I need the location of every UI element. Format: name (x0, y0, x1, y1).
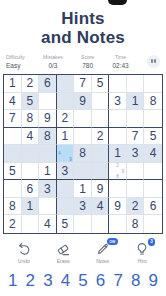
cell-r5c4[interactable]: 49 (57, 145, 75, 163)
cell-digit: 3 (114, 94, 121, 108)
cell-r8c2[interactable]: 1 (22, 198, 40, 216)
numpad-7[interactable]: 7 (113, 271, 122, 291)
cell-r9c4[interactable]: 5 (57, 215, 75, 233)
cell-digit: 8 (132, 217, 139, 231)
cell-digit: 2 (62, 111, 69, 125)
cell-r2c5[interactable]: 9 (74, 93, 92, 111)
cell-digit: 1 (26, 199, 33, 213)
undo-icon (17, 242, 31, 256)
cell-r1c8[interactable] (127, 75, 145, 93)
cell-r4c6[interactable]: 2 (92, 128, 110, 146)
cell-digit: 2 (97, 129, 104, 143)
hint-label: Hint (138, 258, 147, 264)
cell-r2c8[interactable]: 1 (127, 93, 145, 111)
cell-r7c2[interactable]: 6 (22, 180, 40, 198)
cell-r8c6[interactable]: 4 (92, 198, 110, 216)
cell-digit: 4 (26, 129, 33, 143)
cell-digit: 1 (62, 129, 69, 143)
cell-r9c7[interactable] (109, 215, 127, 233)
cell-digit: 2 (132, 199, 139, 213)
cell-digit: 9 (44, 111, 51, 125)
cell-r4c8[interactable]: 7 (127, 128, 145, 146)
cell-digit: 5 (150, 129, 157, 143)
cell-r7c1[interactable] (4, 180, 22, 198)
numpad-9[interactable]: 9 (149, 271, 158, 291)
cell-r8c7[interactable]: 9 (109, 198, 127, 216)
cell-r3c1[interactable]: 7 (4, 110, 22, 128)
undo-label: Undo (18, 258, 30, 264)
stat-score: Score 780 (81, 54, 94, 69)
cell-digit: 7 (132, 129, 139, 143)
cell-r1c1[interactable]: 1 (4, 75, 22, 93)
cell-digit: 9 (97, 182, 104, 196)
pause-icon (154, 59, 156, 64)
cell-r3c8[interactable] (127, 110, 145, 128)
number-pad: 1 2 3 4 5 6 7 8 9 (0, 271, 166, 291)
cell-r6c8[interactable] (127, 163, 145, 181)
cell-r8c8[interactable]: 2 (127, 198, 145, 216)
undo-button[interactable]: Undo (9, 242, 39, 264)
cell-digit: 5 (9, 164, 16, 178)
numpad-5[interactable]: 5 (78, 271, 87, 291)
notes-label: Notes (96, 258, 109, 264)
cell-r5c8[interactable]: 3 (127, 145, 145, 163)
cell-digit: 5 (26, 94, 33, 108)
cell-r5c5[interactable]: 8 (74, 145, 92, 163)
cell-r4c4[interactable]: 1 (57, 128, 75, 146)
cell-r2c9[interactable]: 8 (144, 93, 162, 111)
cell-notes: 49 (57, 145, 74, 162)
cell-r4c5[interactable] (74, 128, 92, 146)
cell-digit: 1 (132, 94, 139, 108)
cell-digit: 6 (44, 76, 51, 90)
stats-bar: Difficulty Easy Mistakes 0/3 Score 780 T… (0, 53, 166, 69)
difficulty-label: Difficulty (6, 54, 25, 60)
stat-difficulty: Difficulty Easy (6, 54, 25, 69)
cell-r5c2[interactable] (22, 145, 40, 163)
numpad-4[interactable]: 4 (61, 271, 70, 291)
cell-digit: 4 (150, 146, 157, 160)
cell-digit: 8 (9, 199, 16, 213)
cell-r5c6[interactable] (92, 145, 110, 163)
cell-r1c5[interactable]: 7 (74, 75, 92, 93)
cell-r6c3[interactable]: 1 (39, 163, 57, 181)
title-line-2: and Notes (0, 28, 166, 47)
time-value: 02:43 (112, 62, 128, 69)
cell-r2c1[interactable]: 4 (4, 93, 22, 111)
cell-r6c7[interactable]: 268 (109, 163, 127, 181)
cell-r6c6[interactable] (92, 163, 110, 181)
score-label: Score (81, 54, 94, 60)
numpad-3[interactable]: 3 (43, 271, 52, 291)
cell-r7c7[interactable] (109, 180, 127, 198)
cell-digit: 4 (9, 94, 16, 108)
mistakes-value: 0/3 (43, 62, 63, 69)
cell-digit: 1 (114, 146, 121, 160)
cell-digit: 8 (44, 129, 51, 143)
cell-digit: 8 (79, 146, 86, 160)
numpad-8[interactable]: 8 (131, 271, 140, 291)
cell-digit: 7 (79, 76, 86, 90)
cell-r3c7[interactable] (109, 110, 127, 128)
toolbar: Undo Erase ON Notes 3 Hint (0, 242, 166, 264)
cell-r5c9[interactable]: 4 (144, 145, 162, 163)
cell-r4c3[interactable]: 8 (39, 128, 57, 146)
cell-r6c5[interactable] (74, 163, 92, 181)
cell-r7c3[interactable]: 3 (39, 180, 57, 198)
cell-r8c4[interactable] (57, 198, 75, 216)
cell-r8c1[interactable]: 8 (4, 198, 22, 216)
cell-digit: 2 (26, 76, 33, 90)
stat-time: Time 02:43 (112, 54, 128, 69)
cell-r2c3[interactable] (39, 93, 57, 111)
score-value: 780 (81, 62, 94, 69)
pause-button[interactable] (147, 55, 160, 68)
cell-r3c9[interactable] (144, 110, 162, 128)
cell-digit: 7 (9, 111, 16, 125)
numpad-6[interactable]: 6 (96, 271, 105, 291)
cell-r2c4[interactable] (57, 93, 75, 111)
cell-r4c2[interactable]: 4 (22, 128, 40, 146)
cell-r6c4[interactable]: 3 (57, 163, 75, 181)
cell-r8c9[interactable]: 6 (144, 198, 162, 216)
cell-r3c4[interactable]: 2 (57, 110, 75, 128)
numpad-2[interactable]: 2 (26, 271, 35, 291)
numpad-1[interactable]: 1 (8, 271, 17, 291)
mistakes-label: Mistakes (43, 54, 63, 60)
cell-digit: 3 (132, 146, 139, 160)
cell-r1c6[interactable]: 5 (92, 75, 110, 93)
cell-r9c8[interactable]: 8 (127, 215, 145, 233)
cell-r3c6[interactable] (92, 110, 110, 128)
cell-digit: 4 (97, 199, 104, 213)
cell-notes: 268 (109, 163, 126, 180)
stat-mistakes: Mistakes 0/3 (43, 54, 63, 69)
pause-icon (151, 59, 153, 64)
cell-digit: 6 (26, 182, 33, 196)
cell-r9c1[interactable]: 2 (4, 215, 22, 233)
cell-digit: 6 (150, 199, 157, 213)
cell-digit: 1 (44, 164, 51, 178)
cell-digit: 9 (114, 199, 121, 213)
cell-r6c1[interactable]: 5 (4, 163, 22, 181)
sudoku-board: 1267545931878924812754981345132686319813… (3, 74, 163, 234)
cell-r7c5[interactable]: 1 (74, 180, 92, 198)
cell-r7c9[interactable] (144, 180, 162, 198)
cell-r9c6[interactable] (92, 215, 110, 233)
cell-r9c5[interactable] (74, 215, 92, 233)
cell-r8c3[interactable] (39, 198, 57, 216)
cell-r3c3[interactable]: 9 (39, 110, 57, 128)
cell-r3c5[interactable] (74, 110, 92, 128)
hint-count-badge: 3 (148, 238, 156, 246)
cell-digit: 2 (9, 217, 16, 231)
cell-r9c3[interactable]: 4 (39, 215, 57, 233)
cell-r2c2[interactable]: 5 (22, 93, 40, 111)
cell-r6c9[interactable] (144, 163, 162, 181)
page-title: Hints and Notes (0, 9, 166, 47)
cell-r1c2[interactable]: 2 (22, 75, 40, 93)
cell-digit: 3 (62, 164, 69, 178)
cell-digit: 1 (79, 182, 86, 196)
cell-digit: 5 (97, 76, 104, 90)
cell-r1c9[interactable] (144, 75, 162, 93)
cell-r5c7[interactable]: 1 (109, 145, 127, 163)
cell-r9c9[interactable] (144, 215, 162, 233)
cell-r1c3[interactable]: 6 (39, 75, 57, 93)
lightbulb-icon (135, 242, 149, 256)
cell-r7c4[interactable] (57, 180, 75, 198)
erase-label: Erase (57, 258, 70, 264)
cell-r2c6[interactable] (92, 93, 110, 111)
cell-r5c3[interactable] (39, 145, 57, 163)
cell-digit: 1 (9, 76, 16, 90)
eraser-icon (56, 242, 70, 256)
cell-r1c7[interactable] (109, 75, 127, 93)
cell-r5c1[interactable] (4, 145, 22, 163)
cell-r3c2[interactable]: 8 (22, 110, 40, 128)
cell-r9c2[interactable] (22, 215, 40, 233)
cell-digit: 8 (150, 94, 157, 108)
cell-r7c8[interactable] (127, 180, 145, 198)
status-bar-notch (108, 0, 127, 5)
title-line-1: Hints (0, 9, 166, 28)
notes-button[interactable]: ON Notes (88, 242, 118, 264)
cell-r8c5[interactable]: 3 (74, 198, 92, 216)
cell-digit: 3 (79, 199, 86, 213)
difficulty-value: Easy (6, 62, 25, 69)
notes-on-badge: ON (107, 238, 118, 245)
cell-r7c6[interactable]: 9 (92, 180, 110, 198)
cell-digit: 5 (62, 217, 69, 231)
cell-digit: 4 (44, 217, 51, 231)
cell-digit: 3 (44, 182, 51, 196)
cell-r1c4[interactable] (57, 75, 75, 93)
erase-button[interactable]: Erase (48, 242, 78, 264)
time-label: Time (112, 54, 128, 60)
cell-r4c1[interactable] (4, 128, 22, 146)
cell-r6c2[interactable] (22, 163, 40, 181)
cell-digit: 8 (26, 111, 33, 125)
cell-digit: 9 (79, 94, 86, 108)
cell-r2c7[interactable]: 3 (109, 93, 127, 111)
cell-r4c7[interactable] (109, 128, 127, 146)
hint-button[interactable]: 3 Hint (127, 242, 157, 264)
cell-r4c9[interactable]: 5 (144, 128, 162, 146)
